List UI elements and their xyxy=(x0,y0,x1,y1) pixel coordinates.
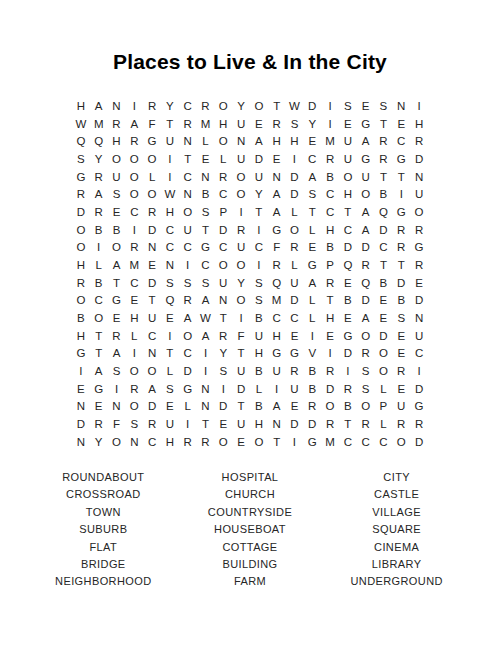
grid-cell-r17c18: L xyxy=(375,380,393,398)
grid-cell-r18c19: U xyxy=(392,397,410,415)
word-list-item: CASTLE xyxy=(323,486,470,503)
grid-cell-r15c18: O xyxy=(375,344,393,362)
grid-cell-r15c12: G xyxy=(268,344,286,362)
grid-cell-r9c6: C xyxy=(161,238,179,256)
grid-cell-r5c13: D xyxy=(286,168,304,186)
grid-cell-r4c3: O xyxy=(108,150,126,168)
grid-cell-r6c11: Y xyxy=(250,185,268,203)
grid-cell-r4c4: O xyxy=(125,150,143,168)
grid-cell-r8c20: R xyxy=(410,221,428,239)
grid-cell-r8c18: D xyxy=(375,221,393,239)
grid-cell-r3c18: R xyxy=(375,132,393,150)
grid-cell-r13c19: S xyxy=(392,309,410,327)
grid-cell-r3c4: R xyxy=(125,132,143,150)
grid-cell-r13c13: C xyxy=(286,309,304,327)
grid-cell-r15c2: T xyxy=(90,344,108,362)
grid-cell-r19c11: H xyxy=(250,415,268,433)
word-list-item: SUBURB xyxy=(30,521,177,538)
grid-cell-r5c14: A xyxy=(303,168,321,186)
word-list-column-3: CITYCASTLEVILLAGESQUARECINEMALIBRARYUNDE… xyxy=(323,469,470,591)
grid-cell-r19c2: R xyxy=(90,415,108,433)
grid-cell-r8c11: I xyxy=(250,221,268,239)
grid-cell-r3c19: C xyxy=(392,132,410,150)
grid-cell-r11c15: R xyxy=(321,274,339,292)
grid-cell-r2c2: M xyxy=(90,115,108,133)
grid-cell-r6c13: D xyxy=(286,185,304,203)
grid-cell-r13c8: W xyxy=(197,309,215,327)
grid-cell-r4c13: I xyxy=(286,150,304,168)
grid-cell-r9c2: I xyxy=(90,238,108,256)
grid-cell-r18c5: D xyxy=(143,397,161,415)
grid-cell-r9c3: O xyxy=(108,238,126,256)
grid-cell-r14c7: O xyxy=(179,327,197,345)
grid-cell-r13c4: H xyxy=(125,309,143,327)
grid-cell-r2c4: A xyxy=(125,115,143,133)
grid-cell-r4c8: E xyxy=(197,150,215,168)
grid-cell-r20c16: C xyxy=(339,433,357,451)
grid-cell-r6c8: B xyxy=(197,185,215,203)
grid-cell-r9c11: C xyxy=(250,238,268,256)
grid-cell-r13c3: E xyxy=(108,309,126,327)
grid-cell-r10c16: Q xyxy=(339,256,357,274)
grid-cell-r14c13: E xyxy=(286,327,304,345)
grid-cell-r16c19: R xyxy=(392,362,410,380)
word-list-item: CITY xyxy=(323,469,470,486)
grid-cell-r2c5: F xyxy=(143,115,161,133)
grid-cell-r16c3: S xyxy=(108,362,126,380)
grid-cell-r7c11: T xyxy=(250,203,268,221)
grid-cell-r8c10: R xyxy=(232,221,250,239)
grid-cell-r8c5: D xyxy=(143,221,161,239)
grid-cell-r5c19: T xyxy=(392,168,410,186)
grid-cell-r6c3: S xyxy=(108,185,126,203)
grid-cell-r16c2: A xyxy=(90,362,108,380)
grid-cell-r17c6: S xyxy=(161,380,179,398)
grid-cell-r19c9: E xyxy=(214,415,232,433)
grid-cell-r12c17: D xyxy=(357,291,375,309)
grid-cell-r17c7: G xyxy=(179,380,197,398)
grid-cell-r17c8: N xyxy=(197,380,215,398)
grid-cell-r2c20: H xyxy=(410,115,428,133)
word-list-item: UNDERGROUND xyxy=(323,573,470,590)
grid-cell-r10c8: C xyxy=(197,256,215,274)
grid-cell-r15c15: I xyxy=(321,344,339,362)
grid-cell-r11c18: B xyxy=(375,274,393,292)
grid-cell-r1c8: R xyxy=(197,97,215,115)
grid-cell-r5c8: N xyxy=(197,168,215,186)
grid-cell-r9c16: D xyxy=(339,238,357,256)
grid-cell-r4c19: G xyxy=(392,150,410,168)
word-list-item: CHURCH xyxy=(177,486,324,503)
grid-cell-r20c5: C xyxy=(143,433,161,451)
grid-cell-r20c7: R xyxy=(179,433,197,451)
grid-cell-r3c5: G xyxy=(143,132,161,150)
grid-cell-r18c9: D xyxy=(214,397,232,415)
grid-cell-r12c8: A xyxy=(197,291,215,309)
grid-cell-r7c13: L xyxy=(286,203,304,221)
word-list-column-1: ROUNDABOUTCROSSROADTOWNSUBURBFLATBRIDGEN… xyxy=(30,469,177,591)
grid-cell-r11c7: S xyxy=(179,274,197,292)
grid-cell-r2c15: I xyxy=(321,115,339,133)
grid-cell-r17c13: U xyxy=(286,380,304,398)
grid-cell-r2c11: E xyxy=(250,115,268,133)
grid-cell-r9c13: R xyxy=(286,238,304,256)
grid-cell-r1c14: D xyxy=(303,97,321,115)
word-list-item: COUNTRYSIDE xyxy=(177,504,324,521)
word-list-item: NEIGHBORHOOD xyxy=(30,573,177,590)
grid-cell-r2c17: G xyxy=(357,115,375,133)
grid-cell-r8c19: R xyxy=(392,221,410,239)
grid-cell-r19c12: N xyxy=(268,415,286,433)
grid-cell-r2c3: R xyxy=(108,115,126,133)
grid-cell-r14c8: A xyxy=(197,327,215,345)
grid-cell-r14c2: T xyxy=(90,327,108,345)
grid-cell-r13c9: T xyxy=(214,309,232,327)
grid-cell-r13c17: A xyxy=(357,309,375,327)
grid-cell-r3c6: U xyxy=(161,132,179,150)
grid-cell-r7c19: G xyxy=(392,203,410,221)
grid-cell-r12c20: D xyxy=(410,291,428,309)
grid-cell-r11c14: A xyxy=(303,274,321,292)
puzzle-title: Places to Live & In the City xyxy=(0,50,500,74)
grid-cell-r1c17: E xyxy=(357,97,375,115)
grid-cell-r19c18: L xyxy=(375,415,393,433)
grid-cell-r7c15: C xyxy=(321,203,339,221)
grid-cell-r1c2: A xyxy=(90,97,108,115)
grid-cell-r5c17: U xyxy=(357,168,375,186)
grid-cell-r12c18: E xyxy=(375,291,393,309)
grid-cell-r5c10: O xyxy=(232,168,250,186)
grid-cell-r4c18: R xyxy=(375,150,393,168)
grid-cell-r20c11: O xyxy=(250,433,268,451)
grid-cell-r3c10: N xyxy=(232,132,250,150)
grid-cell-r5c1: G xyxy=(72,168,90,186)
grid-cell-r5c9: R xyxy=(214,168,232,186)
grid-cell-r14c17: O xyxy=(357,327,375,345)
grid-cell-r1c7: C xyxy=(179,97,197,115)
grid-cell-r15c1: G xyxy=(72,344,90,362)
grid-cell-r9c19: R xyxy=(392,238,410,256)
grid-cell-r14c19: E xyxy=(392,327,410,345)
grid-cell-r15c13: G xyxy=(286,344,304,362)
grid-cell-r14c4: L xyxy=(125,327,143,345)
grid-cell-r17c10: D xyxy=(232,380,250,398)
grid-cell-r1c19: N xyxy=(392,97,410,115)
grid-cell-r4c1: S xyxy=(72,150,90,168)
grid-cell-r16c13: R xyxy=(286,362,304,380)
grid-cell-r7c10: I xyxy=(232,203,250,221)
grid-cell-r6c12: A xyxy=(268,185,286,203)
word-list-item: ROUNDABOUT xyxy=(30,469,177,486)
grid-cell-r8c17: A xyxy=(357,221,375,239)
grid-cell-r11c13: U xyxy=(286,274,304,292)
grid-cell-r9c7: C xyxy=(179,238,197,256)
grid-cell-r14c3: R xyxy=(108,327,126,345)
grid-cell-r4c15: R xyxy=(321,150,339,168)
grid-cell-r19c14: D xyxy=(303,415,321,433)
grid-cell-r2c1: W xyxy=(72,115,90,133)
grid-cell-r20c3: O xyxy=(108,433,126,451)
grid-cell-r1c18: S xyxy=(375,97,393,115)
grid-cell-r11c19: D xyxy=(392,274,410,292)
grid-cell-r14c12: H xyxy=(268,327,286,345)
grid-cell-r17c1: E xyxy=(72,380,90,398)
grid-cell-r3c2: Q xyxy=(90,132,108,150)
grid-cell-r16c12: U xyxy=(268,362,286,380)
grid-cell-r16c10: U xyxy=(232,362,250,380)
grid-cell-r10c7: I xyxy=(179,256,197,274)
grid-cell-r2c19: E xyxy=(392,115,410,133)
grid-cell-r20c13: I xyxy=(286,433,304,451)
grid-cell-r12c6: Q xyxy=(161,291,179,309)
grid-cell-r3c14: E xyxy=(303,132,321,150)
grid-cell-r19c3: F xyxy=(108,415,126,433)
grid-cell-r10c13: L xyxy=(286,256,304,274)
grid-cell-r7c14: T xyxy=(303,203,321,221)
grid-cell-r19c16: T xyxy=(339,415,357,433)
grid-cell-r8c8: T xyxy=(197,221,215,239)
grid-cell-r5c7: C xyxy=(179,168,197,186)
grid-cell-r12c10: O xyxy=(232,291,250,309)
grid-cell-r2c12: R xyxy=(268,115,286,133)
grid-cell-r3c8: L xyxy=(197,132,215,150)
grid-cell-r6c10: O xyxy=(232,185,250,203)
grid-cell-r1c11: O xyxy=(250,97,268,115)
grid-cell-r15c8: I xyxy=(197,344,215,362)
grid-cell-r17c11: L xyxy=(250,380,268,398)
grid-cell-r8c13: O xyxy=(286,221,304,239)
grid-cell-r19c8: T xyxy=(197,415,215,433)
grid-cell-r7c8: S xyxy=(197,203,215,221)
grid-cell-r11c1: R xyxy=(72,274,90,292)
grid-cell-r16c17: S xyxy=(357,362,375,380)
grid-cell-r10c6: N xyxy=(161,256,179,274)
grid-cell-r1c5: R xyxy=(143,97,161,115)
grid-cell-r19c7: I xyxy=(179,415,197,433)
grid-cell-r1c1: H xyxy=(72,97,90,115)
grid-cell-r14c15: E xyxy=(321,327,339,345)
grid-cell-r15c20: C xyxy=(410,344,428,362)
grid-cell-r18c7: L xyxy=(179,397,197,415)
grid-cell-r12c5: T xyxy=(143,291,161,309)
word-list-item: FARM xyxy=(177,573,324,590)
grid-cell-r14c18: D xyxy=(375,327,393,345)
grid-cell-r4c11: D xyxy=(250,150,268,168)
grid-cell-r20c20: D xyxy=(410,433,428,451)
word-list-item: HOUSEBOAT xyxy=(177,521,324,538)
grid-cell-r4c14: C xyxy=(303,150,321,168)
grid-cell-r20c2: Y xyxy=(90,433,108,451)
grid-cell-r18c3: N xyxy=(108,397,126,415)
grid-cell-r3c15: M xyxy=(321,132,339,150)
grid-cell-r10c18: T xyxy=(375,256,393,274)
grid-cell-r6c16: H xyxy=(339,185,357,203)
grid-cell-r4c5: O xyxy=(143,150,161,168)
grid-cell-r10c20: R xyxy=(410,256,428,274)
grid-cell-r7c12: A xyxy=(268,203,286,221)
grid-cell-r16c4: O xyxy=(125,362,143,380)
grid-cell-r13c1: B xyxy=(72,309,90,327)
grid-cell-r19c1: D xyxy=(72,415,90,433)
grid-cell-r12c14: L xyxy=(303,291,321,309)
grid-cell-r13c12: C xyxy=(268,309,286,327)
grid-cell-r13c5: U xyxy=(143,309,161,327)
grid-cell-r17c15: D xyxy=(321,380,339,398)
grid-cell-r19c17: R xyxy=(357,415,375,433)
grid-cell-r16c1: I xyxy=(72,362,90,380)
grid-cell-r9c17: D xyxy=(357,238,375,256)
grid-cell-r4c12: E xyxy=(268,150,286,168)
grid-cell-r11c8: S xyxy=(197,274,215,292)
grid-cell-r11c6: S xyxy=(161,274,179,292)
grid-cell-r9c10: U xyxy=(232,238,250,256)
grid-cell-r13c14: L xyxy=(303,309,321,327)
grid-cell-r11c9: U xyxy=(214,274,232,292)
grid-cell-r7c2: R xyxy=(90,203,108,221)
grid-cell-r3c7: N xyxy=(179,132,197,150)
grid-cell-r8c12: G xyxy=(268,221,286,239)
grid-cell-r5c20: N xyxy=(410,168,428,186)
grid-cell-r6c4: O xyxy=(125,185,143,203)
grid-cell-r15c14: V xyxy=(303,344,321,362)
grid-cell-r7c3: E xyxy=(108,203,126,221)
grid-cell-r5c4: O xyxy=(125,168,143,186)
grid-cell-r1c6: Y xyxy=(161,97,179,115)
grid-cell-r9c1: O xyxy=(72,238,90,256)
word-list-item: BUILDING xyxy=(177,556,324,573)
grid-cell-r16c5: O xyxy=(143,362,161,380)
grid-cell-r20c8: R xyxy=(197,433,215,451)
word-list-item: CINEMA xyxy=(323,539,470,556)
grid-cell-r18c11: B xyxy=(250,397,268,415)
grid-cell-r20c9: O xyxy=(214,433,232,451)
grid-cell-r20c19: O xyxy=(392,433,410,451)
grid-cell-r6c5: O xyxy=(143,185,161,203)
grid-cell-r3c9: O xyxy=(214,132,232,150)
grid-cell-r11c2: B xyxy=(90,274,108,292)
grid-cell-r16c16: I xyxy=(339,362,357,380)
grid-cell-r6c9: C xyxy=(214,185,232,203)
grid-cell-r20c4: N xyxy=(125,433,143,451)
grid-cell-r19c13: D xyxy=(286,415,304,433)
grid-cell-r15c11: H xyxy=(250,344,268,362)
grid-cell-r15c7: C xyxy=(179,344,197,362)
grid-cell-r9c14: E xyxy=(303,238,321,256)
grid-cell-r4c7: T xyxy=(179,150,197,168)
grid-cell-r7c7: O xyxy=(179,203,197,221)
word-list-item: COTTAGE xyxy=(177,539,324,556)
grid-cell-r9c20: G xyxy=(410,238,428,256)
grid-cell-r15c16: D xyxy=(339,344,357,362)
grid-cell-r1c15: I xyxy=(321,97,339,115)
grid-cell-r5c3: U xyxy=(108,168,126,186)
grid-cell-r6c18: B xyxy=(375,185,393,203)
grid-cell-r12c4: E xyxy=(125,291,143,309)
grid-cell-r6c20: U xyxy=(410,185,428,203)
grid-cell-r19c6: U xyxy=(161,415,179,433)
grid-cell-r14c9: R xyxy=(214,327,232,345)
grid-cell-r14c14: I xyxy=(303,327,321,345)
grid-cell-r14c16: G xyxy=(339,327,357,345)
grid-cell-r17c19: E xyxy=(392,380,410,398)
grid-cell-r11c20: E xyxy=(410,274,428,292)
word-list: ROUNDABOUTCROSSROADTOWNSUBURBFLATBRIDGEN… xyxy=(30,469,470,591)
grid-cell-r18c14: R xyxy=(303,397,321,415)
grid-cell-r13c20: N xyxy=(410,309,428,327)
grid-cell-r16c9: S xyxy=(214,362,232,380)
grid-cell-r11c11: S xyxy=(250,274,268,292)
grid-cell-r10c3: A xyxy=(108,256,126,274)
grid-cell-r20c14: G xyxy=(303,433,321,451)
grid-cell-r7c20: O xyxy=(410,203,428,221)
grid-cell-r15c17: R xyxy=(357,344,375,362)
grid-cell-r10c4: M xyxy=(125,256,143,274)
grid-cell-r16c15: R xyxy=(321,362,339,380)
grid-cell-r5c11: U xyxy=(250,168,268,186)
grid-cell-r13c6: E xyxy=(161,309,179,327)
grid-cell-r12c15: T xyxy=(321,291,339,309)
grid-cell-r16c18: O xyxy=(375,362,393,380)
word-list-item: TOWN xyxy=(30,504,177,521)
word-list-item: HOSPITAL xyxy=(177,469,324,486)
word-search-worksheet: Places to Live & In the City HANIRYCROYO… xyxy=(0,0,500,647)
grid-cell-r6c19: I xyxy=(392,185,410,203)
word-list-item: LIBRARY xyxy=(323,556,470,573)
grid-cell-r12c16: B xyxy=(339,291,357,309)
grid-cell-r17c17: S xyxy=(357,380,375,398)
word-list-column-2: HOSPITALCHURCHCOUNTRYSIDEHOUSEBOATCOTTAG… xyxy=(177,469,324,591)
grid-cell-r15c6: T xyxy=(161,344,179,362)
grid-cell-r11c17: Q xyxy=(357,274,375,292)
grid-cell-r2c7: R xyxy=(179,115,197,133)
grid-cell-r11c12: Q xyxy=(268,274,286,292)
grid-cell-r9c18: C xyxy=(375,238,393,256)
grid-cell-r1c10: Y xyxy=(232,97,250,115)
grid-cell-r17c2: G xyxy=(90,380,108,398)
grid-cell-r8c2: B xyxy=(90,221,108,239)
grid-cell-r18c16: B xyxy=(339,397,357,415)
grid-cell-r16c6: L xyxy=(161,362,179,380)
grid-cell-r10c14: G xyxy=(303,256,321,274)
grid-cell-r18c18: P xyxy=(375,397,393,415)
grid-cell-r3c17: A xyxy=(357,132,375,150)
grid-cell-r13c18: E xyxy=(375,309,393,327)
grid-cell-r12c3: G xyxy=(108,291,126,309)
grid-cell-r16c14: B xyxy=(303,362,321,380)
grid-cell-r10c19: T xyxy=(392,256,410,274)
grid-cell-r9c8: G xyxy=(197,238,215,256)
grid-cell-r17c16: R xyxy=(339,380,357,398)
grid-cell-r6c17: O xyxy=(357,185,375,203)
grid-cell-r5c15: B xyxy=(321,168,339,186)
grid-cell-r19c4: S xyxy=(125,415,143,433)
grid-cell-r19c15: R xyxy=(321,415,339,433)
grid-cell-r3c1: Q xyxy=(72,132,90,150)
grid-cell-r14c10: F xyxy=(232,327,250,345)
grid-cell-r2c13: S xyxy=(286,115,304,133)
grid-cell-r8c6: C xyxy=(161,221,179,239)
grid-cell-r8c15: H xyxy=(321,221,339,239)
grid-cell-r2c16: E xyxy=(339,115,357,133)
grid-cell-r1c9: O xyxy=(214,97,232,115)
grid-cell-r3c13: H xyxy=(286,132,304,150)
grid-cell-r14c6: I xyxy=(161,327,179,345)
grid-cell-r3c12: H xyxy=(268,132,286,150)
grid-cell-r6c1: R xyxy=(72,185,90,203)
word-list-item: SQUARE xyxy=(323,521,470,538)
grid-cell-r4c6: I xyxy=(161,150,179,168)
grid-cell-r17c9: I xyxy=(214,380,232,398)
